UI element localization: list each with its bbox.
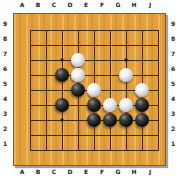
white-stone-D6	[71, 68, 85, 82]
column-label-F: F	[94, 1, 110, 9]
black-stone-G3	[119, 113, 133, 127]
row-label-3: 3	[169, 106, 177, 121]
point-C8[interactable]	[54, 38, 70, 53]
column-label-J: J	[142, 1, 158, 9]
row-label-1: 1	[169, 136, 177, 151]
point-B6[interactable]	[38, 68, 54, 83]
point-G2[interactable]	[118, 128, 134, 143]
point-B3[interactable]	[38, 113, 54, 128]
point-D8[interactable]	[70, 38, 86, 53]
point-H2[interactable]	[134, 128, 150, 143]
point-D5[interactable]	[70, 83, 86, 98]
point-J6[interactable]	[150, 68, 166, 83]
point-J7[interactable]	[150, 53, 166, 68]
point-G6[interactable]	[118, 68, 134, 83]
black-stone-F3	[103, 113, 117, 127]
point-C6[interactable]	[54, 68, 70, 83]
star-point-G7	[125, 59, 128, 62]
white-stone-E5	[87, 83, 101, 97]
row-label-9: 9	[1, 16, 9, 31]
star-point-C3	[61, 119, 64, 122]
point-G9[interactable]	[118, 23, 134, 38]
row-label-8: 8	[1, 31, 9, 46]
row-label-4: 4	[169, 91, 177, 106]
row-label-6: 6	[169, 61, 177, 76]
point-F4[interactable]	[102, 98, 118, 113]
top-column-labels: ABCDEFGHJ	[14, 1, 158, 9]
point-E8[interactable]	[86, 38, 102, 53]
point-A5[interactable]	[22, 83, 38, 98]
star-point-C7	[61, 59, 64, 62]
column-label-A: A	[14, 1, 30, 9]
black-stone-C6	[55, 68, 69, 82]
point-B5[interactable]	[38, 83, 54, 98]
point-D7[interactable]	[70, 53, 86, 68]
black-stone-E3	[87, 113, 101, 127]
right-row-labels: 987654321	[169, 16, 177, 151]
point-A4[interactable]	[22, 98, 38, 113]
point-D3[interactable]	[70, 113, 86, 128]
point-A3[interactable]	[22, 113, 38, 128]
board-points	[22, 23, 166, 158]
column-label-B: B	[30, 168, 46, 176]
white-stone-F4	[103, 98, 117, 112]
point-E2[interactable]	[86, 128, 102, 143]
point-D9[interactable]	[70, 23, 86, 38]
column-label-A: A	[14, 168, 30, 176]
point-G5[interactable]	[118, 83, 134, 98]
point-C3[interactable]	[54, 113, 70, 128]
row-label-7: 7	[169, 46, 177, 61]
point-H3[interactable]	[134, 113, 150, 128]
point-D1[interactable]	[70, 143, 86, 158]
point-C4[interactable]	[54, 98, 70, 113]
row-label-3: 3	[1, 106, 9, 121]
point-E1[interactable]	[86, 143, 102, 158]
point-H4[interactable]	[134, 98, 150, 113]
column-label-G: G	[110, 1, 126, 9]
point-F2[interactable]	[102, 128, 118, 143]
point-H9[interactable]	[134, 23, 150, 38]
column-label-B: B	[30, 1, 46, 9]
black-stone-H3	[135, 113, 149, 127]
column-label-D: D	[62, 1, 78, 9]
black-stone-C4	[55, 98, 69, 112]
row-label-9: 9	[169, 16, 177, 31]
point-D6[interactable]	[70, 68, 86, 83]
point-F9[interactable]	[102, 23, 118, 38]
point-G7[interactable]	[118, 53, 134, 68]
goban	[13, 13, 166, 166]
row-label-4: 4	[1, 91, 9, 106]
point-F7[interactable]	[102, 53, 118, 68]
point-C1[interactable]	[54, 143, 70, 158]
point-C2[interactable]	[54, 128, 70, 143]
left-row-labels: 987654321	[1, 16, 9, 151]
point-F1[interactable]	[102, 143, 118, 158]
point-B7[interactable]	[38, 53, 54, 68]
point-E5[interactable]	[86, 83, 102, 98]
point-H8[interactable]	[134, 38, 150, 53]
black-stone-D5	[71, 83, 85, 97]
black-stone-E4	[87, 98, 101, 112]
row-label-1: 1	[1, 136, 9, 151]
point-E6[interactable]	[86, 68, 102, 83]
column-label-D: D	[62, 168, 78, 176]
point-B9[interactable]	[38, 23, 54, 38]
point-D2[interactable]	[70, 128, 86, 143]
row-label-2: 2	[1, 121, 9, 136]
point-B2[interactable]	[38, 128, 54, 143]
point-A9[interactable]	[22, 23, 38, 38]
point-E9[interactable]	[86, 23, 102, 38]
point-A1[interactable]	[22, 143, 38, 158]
point-J4[interactable]	[150, 98, 166, 113]
point-H1[interactable]	[134, 143, 150, 158]
point-D4[interactable]	[70, 98, 86, 113]
black-stone-H4	[135, 98, 149, 112]
point-J9[interactable]	[150, 23, 166, 38]
column-label-H: H	[126, 1, 142, 9]
point-A6[interactable]	[22, 68, 38, 83]
point-E4[interactable]	[86, 98, 102, 113]
point-E3[interactable]	[86, 113, 102, 128]
point-H5[interactable]	[134, 83, 150, 98]
go-board-diagram: ABCDEFGHJ ABCDEFGHJ 987654321 987654321	[0, 0, 180, 180]
point-J1[interactable]	[150, 143, 166, 158]
row-label-6: 6	[1, 61, 9, 76]
column-label-C: C	[46, 1, 62, 9]
point-C5[interactable]	[54, 83, 70, 98]
point-J5[interactable]	[150, 83, 166, 98]
row-label-7: 7	[1, 46, 9, 61]
point-F3[interactable]	[102, 113, 118, 128]
white-stone-G4	[119, 98, 133, 112]
row-label-5: 5	[1, 76, 9, 91]
bottom-column-labels: ABCDEFGHJ	[14, 168, 158, 176]
row-label-2: 2	[169, 121, 177, 136]
point-A2[interactable]	[22, 128, 38, 143]
point-A8[interactable]	[22, 38, 38, 53]
point-F6[interactable]	[102, 68, 118, 83]
point-F5[interactable]	[102, 83, 118, 98]
column-label-J: J	[142, 168, 158, 176]
point-J2[interactable]	[150, 128, 166, 143]
row-label-8: 8	[169, 31, 177, 46]
column-label-E: E	[78, 168, 94, 176]
white-stone-G6	[119, 68, 133, 82]
point-J8[interactable]	[150, 38, 166, 53]
white-stone-H5	[135, 83, 149, 97]
point-A7[interactable]	[22, 53, 38, 68]
row-label-5: 5	[169, 76, 177, 91]
point-G4[interactable]	[118, 98, 134, 113]
column-label-E: E	[78, 1, 94, 9]
point-C7[interactable]	[54, 53, 70, 68]
column-label-H: H	[126, 168, 142, 176]
column-label-C: C	[46, 168, 62, 176]
point-G1[interactable]	[118, 143, 134, 158]
point-H6[interactable]	[134, 68, 150, 83]
column-label-F: F	[94, 168, 110, 176]
point-B8[interactable]	[38, 38, 54, 53]
point-J3[interactable]	[150, 113, 166, 128]
point-H7[interactable]	[134, 53, 150, 68]
point-B4[interactable]	[38, 98, 54, 113]
point-C9[interactable]	[54, 23, 70, 38]
white-stone-D7	[71, 53, 85, 67]
point-B1[interactable]	[38, 143, 54, 158]
point-G8[interactable]	[118, 38, 134, 53]
point-F8[interactable]	[102, 38, 118, 53]
column-label-G: G	[110, 168, 126, 176]
point-E7[interactable]	[86, 53, 102, 68]
point-G3[interactable]	[118, 113, 134, 128]
